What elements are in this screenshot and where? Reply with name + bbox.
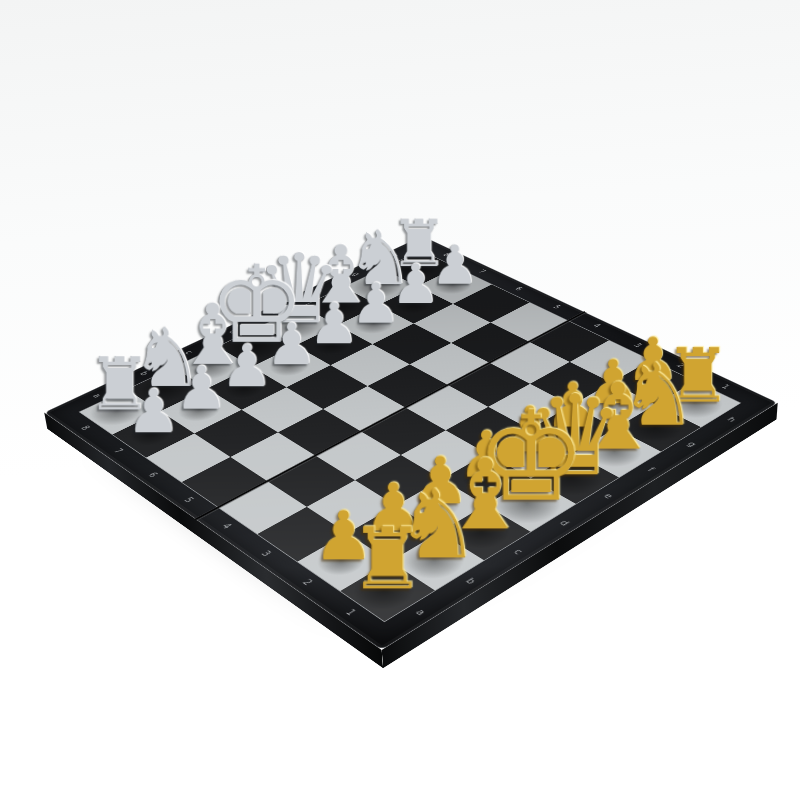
piece-shadow (346, 310, 401, 338)
piece-silver-pawn-h7[interactable]: ♟ (430, 238, 478, 292)
square-e8[interactable] (261, 306, 337, 345)
square-f7[interactable] (337, 305, 413, 344)
piece-silver-pawn-b7[interactable]: ♟ (174, 358, 227, 418)
piece-shadow (344, 270, 412, 304)
piece-shadow (213, 324, 295, 367)
piece-silver-pawn-d7[interactable]: ♟ (265, 315, 317, 373)
piece-shadow (383, 252, 450, 284)
piece-silver-queen-e8[interactable]: ♛ (256, 241, 342, 337)
square-e7[interactable] (295, 325, 373, 365)
square-c8[interactable] (174, 347, 252, 389)
piece-shadow (216, 372, 273, 403)
piece-silver-pawn-c7[interactable]: ♟ (221, 336, 273, 394)
file-label: f (312, 291, 321, 295)
piece-shadow (261, 351, 317, 381)
square-h5[interactable] (491, 302, 568, 341)
piece-shadow (257, 305, 335, 345)
piece-silver-rook-h8[interactable]: ♜ (390, 211, 448, 276)
piece-shadow (175, 348, 244, 385)
file-label: e (270, 309, 281, 314)
square-d8[interactable] (218, 326, 295, 366)
square-h6[interactable] (453, 285, 529, 323)
piece-silver-pawn-a7[interactable]: ♟ (126, 381, 180, 442)
camera-roll-wrapper: 8877665544332211hhggffeeddccbbaa ♜♞♝♛♚♝♞… (0, 0, 800, 800)
piece-shadow (304, 330, 360, 359)
file-label: h (389, 253, 399, 258)
piece-shadow (386, 291, 440, 318)
rank-label: 5 (551, 304, 562, 309)
piece-silver-pawn-e7[interactable]: ♟ (309, 295, 360, 352)
square-f8[interactable] (303, 287, 378, 325)
square-g6[interactable] (414, 304, 491, 343)
rank-label: 8 (441, 252, 451, 257)
square-g5[interactable] (451, 322, 530, 363)
rank-label: 7 (477, 269, 487, 274)
piece-gold-rook-a1[interactable]: ♜ (349, 515, 426, 600)
piece-silver-pawn-g7[interactable]: ♟ (391, 256, 440, 311)
square-d6[interactable] (287, 365, 367, 408)
chess-set-scene: 8877665544332211hhggffeeddccbbaa ♜♞♝♛♚♝♞… (0, 0, 800, 800)
piece-silver-king-d8[interactable]: ♚ (209, 252, 305, 359)
square-g8[interactable] (344, 269, 418, 305)
square-f6[interactable] (373, 324, 451, 364)
file-label: g (351, 272, 361, 277)
square-h7[interactable] (417, 267, 491, 303)
piece-silver-pawn-f7[interactable]: ♟ (351, 275, 401, 331)
piece-silver-bishop-c8[interactable]: ♝ (175, 293, 250, 377)
square-e5[interactable] (367, 364, 448, 408)
file-label: d (227, 329, 238, 335)
chess-board: 8877665544332211hhggffeeddccbbaa ♜♞♝♛♚♝♞… (44, 236, 778, 650)
square-g7[interactable] (378, 286, 453, 324)
file-label: c (184, 350, 195, 355)
square-d7[interactable] (252, 345, 331, 387)
square-f5[interactable] (410, 343, 490, 385)
rank-label: 4 (591, 323, 602, 329)
rank-label: 6 (513, 286, 523, 291)
piece-shadow (426, 272, 479, 298)
square-c7[interactable] (207, 366, 287, 409)
square-e6[interactable] (331, 344, 410, 386)
piece-shadow (305, 289, 372, 322)
square-h8[interactable] (383, 251, 456, 286)
piece-silver-bishop-f8[interactable]: ♝ (305, 235, 377, 315)
file-label: a (91, 393, 102, 399)
piece-silver-knight-g8[interactable]: ♞ (347, 220, 414, 295)
